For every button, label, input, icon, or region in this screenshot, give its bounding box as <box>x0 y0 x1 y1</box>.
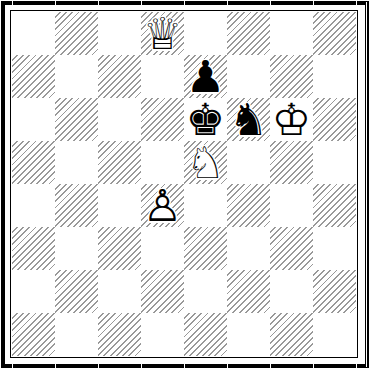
white-king-icon: ♔ <box>270 98 313 141</box>
border-tick <box>98 364 99 368</box>
square-h8[interactable] <box>313 12 356 55</box>
square-b8[interactable] <box>55 12 98 55</box>
square-g1[interactable] <box>270 313 313 356</box>
square-e3[interactable] <box>184 227 227 270</box>
square-a7[interactable] <box>12 55 55 98</box>
square-c6[interactable] <box>98 98 141 141</box>
square-f8[interactable] <box>227 12 270 55</box>
square-h2[interactable] <box>313 270 356 313</box>
square-e5[interactable]: ♞♘ <box>184 141 227 184</box>
white-knight-icon: ♘ <box>184 141 227 184</box>
square-d4[interactable]: ♟♙ <box>141 184 184 227</box>
border-tick <box>12 364 13 368</box>
border-tick <box>270 1 271 5</box>
square-b6[interactable] <box>55 98 98 141</box>
square-h6[interactable] <box>313 98 356 141</box>
border-tick <box>313 364 314 368</box>
square-g2[interactable] <box>270 270 313 313</box>
square-a4[interactable] <box>12 184 55 227</box>
square-a1[interactable] <box>12 313 55 356</box>
square-f2[interactable] <box>227 270 270 313</box>
border-tick <box>98 1 99 5</box>
square-g6[interactable]: ♚♔ <box>270 98 313 141</box>
square-a3[interactable] <box>12 227 55 270</box>
square-c7[interactable] <box>98 55 141 98</box>
black-king-halo: ♚ <box>184 98 227 141</box>
black-knight-halo: ♞ <box>227 98 270 141</box>
square-e4[interactable] <box>184 184 227 227</box>
square-c5[interactable] <box>98 141 141 184</box>
white-king-halo: ♚ <box>270 98 313 141</box>
border-tick <box>184 1 185 5</box>
square-g7[interactable] <box>270 55 313 98</box>
border-tick <box>184 364 185 368</box>
square-f3[interactable] <box>227 227 270 270</box>
square-c2[interactable] <box>98 270 141 313</box>
black-knight-icon: ♞ <box>227 98 270 141</box>
border-tick <box>356 364 357 368</box>
square-b3[interactable] <box>55 227 98 270</box>
border-tick <box>55 1 56 5</box>
white-knight-halo: ♞ <box>184 141 227 184</box>
outer-border-split-line <box>366 2 367 367</box>
square-h3[interactable] <box>313 227 356 270</box>
square-b2[interactable] <box>55 270 98 313</box>
black-king-icon: ♚ <box>184 98 227 141</box>
square-a6[interactable] <box>12 98 55 141</box>
white-pawn-halo: ♟ <box>141 184 184 227</box>
white-pawn-icon: ♙ <box>141 184 184 227</box>
chess-board: ♛♕♟♟♚♚♞♞♚♔♞♘♟♙ <box>12 12 356 356</box>
square-b7[interactable] <box>55 55 98 98</box>
square-e6[interactable]: ♚♚ <box>184 98 227 141</box>
border-tick <box>356 1 357 5</box>
border-tick <box>12 1 13 5</box>
square-g4[interactable] <box>270 184 313 227</box>
square-d2[interactable] <box>141 270 184 313</box>
black-pawn-icon: ♟ <box>184 55 227 98</box>
square-h4[interactable] <box>313 184 356 227</box>
square-h7[interactable] <box>313 55 356 98</box>
square-e7[interactable]: ♟♟ <box>184 55 227 98</box>
square-b4[interactable] <box>55 184 98 227</box>
chess-diagram: ♛♕♟♟♚♚♞♞♚♔♞♘♟♙ <box>0 0 371 370</box>
square-f6[interactable]: ♞♞ <box>227 98 270 141</box>
square-g8[interactable] <box>270 12 313 55</box>
square-b5[interactable] <box>55 141 98 184</box>
border-tick <box>141 1 142 5</box>
square-a2[interactable] <box>12 270 55 313</box>
square-f5[interactable] <box>227 141 270 184</box>
white-queen-halo: ♛ <box>141 12 184 55</box>
square-h1[interactable] <box>313 313 356 356</box>
square-f4[interactable] <box>227 184 270 227</box>
white-queen-icon: ♕ <box>141 12 184 55</box>
square-c8[interactable] <box>98 12 141 55</box>
black-pawn-halo: ♟ <box>184 55 227 98</box>
square-g5[interactable] <box>270 141 313 184</box>
square-d5[interactable] <box>141 141 184 184</box>
border-tick <box>227 1 228 5</box>
square-f1[interactable] <box>227 313 270 356</box>
square-e1[interactable] <box>184 313 227 356</box>
square-d8[interactable]: ♛♕ <box>141 12 184 55</box>
square-g3[interactable] <box>270 227 313 270</box>
square-a8[interactable] <box>12 12 55 55</box>
square-c1[interactable] <box>98 313 141 356</box>
square-b1[interactable] <box>55 313 98 356</box>
square-a5[interactable] <box>12 141 55 184</box>
square-f7[interactable] <box>227 55 270 98</box>
square-e2[interactable] <box>184 270 227 313</box>
square-h5[interactable] <box>313 141 356 184</box>
border-tick <box>55 364 56 368</box>
square-d6[interactable] <box>141 98 184 141</box>
square-d7[interactable] <box>141 55 184 98</box>
border-tick <box>227 364 228 368</box>
square-d3[interactable] <box>141 227 184 270</box>
border-tick <box>313 1 314 5</box>
square-c3[interactable] <box>98 227 141 270</box>
border-tick <box>141 364 142 368</box>
square-e8[interactable] <box>184 12 227 55</box>
square-c4[interactable] <box>98 184 141 227</box>
border-tick <box>270 364 271 368</box>
square-d1[interactable] <box>141 313 184 356</box>
